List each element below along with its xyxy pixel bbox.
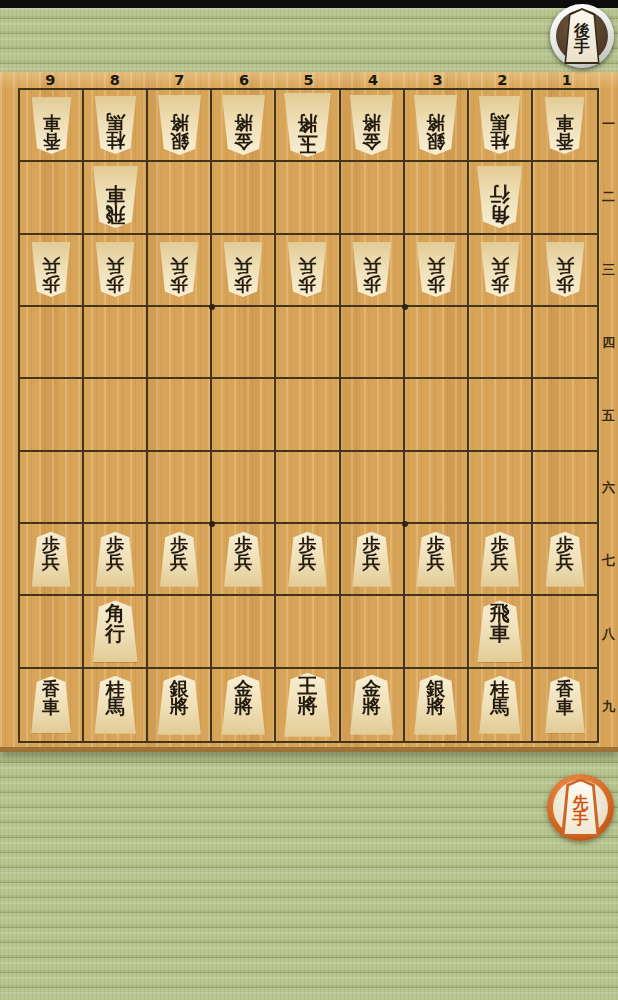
cell-6-5[interactable] xyxy=(212,379,276,451)
piece-gote-lance[interactable]: 香車 xyxy=(542,97,587,154)
piece-sente-silver[interactable]: 銀將 xyxy=(155,675,204,735)
piece-kanji: 歩兵 xyxy=(42,536,60,587)
cell-6-3[interactable]: 歩兵 xyxy=(212,235,276,307)
cell-9-2[interactable] xyxy=(20,162,84,234)
cell-7-8[interactable] xyxy=(148,596,212,668)
cell-1-4[interactable] xyxy=(533,307,597,379)
piece-sente-pawn[interactable]: 歩兵 xyxy=(29,532,73,587)
piece-sente-king[interactable]: 王將 xyxy=(281,673,334,737)
rank-label-4: 四 xyxy=(599,306,618,379)
cell-8-7[interactable]: 歩兵 xyxy=(84,524,148,596)
piece-kanji: 桂馬 xyxy=(490,96,509,150)
cell-7-9[interactable]: 銀將 xyxy=(148,669,212,741)
star-point xyxy=(209,521,215,527)
cell-5-4[interactable] xyxy=(276,307,340,379)
piece-kanji: 歩兵 xyxy=(363,536,381,587)
cell-2-5[interactable] xyxy=(469,379,533,451)
cell-6-6[interactable] xyxy=(212,452,276,524)
piece-sente-lance[interactable]: 香車 xyxy=(542,676,587,733)
piece-sente-pawn[interactable]: 歩兵 xyxy=(478,532,522,587)
cell-7-1[interactable]: 銀將 xyxy=(148,90,212,162)
cell-1-1[interactable]: 香車 xyxy=(533,90,597,162)
cell-9-7[interactable]: 歩兵 xyxy=(20,524,84,596)
cell-5-8[interactable] xyxy=(276,596,340,668)
piece-gote-pawn[interactable]: 歩兵 xyxy=(543,242,587,297)
piece-kanji: 歩兵 xyxy=(170,536,188,587)
cell-7-3[interactable]: 歩兵 xyxy=(148,235,212,307)
cell-4-9[interactable]: 金將 xyxy=(341,669,405,741)
cell-2-6[interactable] xyxy=(469,452,533,524)
cell-4-3[interactable]: 歩兵 xyxy=(341,235,405,307)
piece-kanji: 歩兵 xyxy=(556,242,574,293)
cell-4-4[interactable] xyxy=(341,307,405,379)
cell-4-7[interactable]: 歩兵 xyxy=(341,524,405,596)
piece-gote-silver[interactable]: 銀將 xyxy=(155,95,204,155)
sente-player-badge: 先手 xyxy=(547,774,614,841)
cell-3-9[interactable]: 銀將 xyxy=(405,669,469,741)
piece-kanji: 金將 xyxy=(362,679,381,735)
rank-label-6: 六 xyxy=(599,452,618,525)
cell-9-6[interactable] xyxy=(20,452,84,524)
piece-sente-lance[interactable]: 香車 xyxy=(29,676,74,733)
cell-1-8[interactable] xyxy=(533,596,597,668)
star-point xyxy=(402,521,408,527)
cell-5-5[interactable] xyxy=(276,379,340,451)
tatami-background-bottom xyxy=(0,752,618,1000)
piece-gote-gold[interactable]: 金將 xyxy=(347,95,396,155)
tatami-background-top xyxy=(0,8,618,72)
piece-gote-pawn[interactable]: 歩兵 xyxy=(93,242,137,297)
cell-6-8[interactable] xyxy=(212,596,276,668)
piece-gote-gold[interactable]: 金將 xyxy=(219,95,268,155)
file-label-3: 3 xyxy=(405,72,470,88)
piece-kanji: 歩兵 xyxy=(42,242,60,293)
piece-kanji: 王將 xyxy=(297,677,317,737)
piece-kanji: 歩兵 xyxy=(556,536,574,587)
cell-1-5[interactable] xyxy=(533,379,597,451)
piece-gote-pawn[interactable]: 歩兵 xyxy=(285,242,329,297)
piece-kanji: 飛車 xyxy=(490,604,510,662)
piece-kanji: 歩兵 xyxy=(491,536,509,587)
cell-9-5[interactable] xyxy=(20,379,84,451)
rank-label-1: 一 xyxy=(599,88,618,161)
cell-7-6[interactable] xyxy=(148,452,212,524)
rank-labels: 一二三四五六七八九 xyxy=(599,88,618,743)
cell-4-1[interactable]: 金將 xyxy=(341,90,405,162)
cell-2-7[interactable]: 歩兵 xyxy=(469,524,533,596)
board-grid: 香車桂馬銀將金將玉將金將銀將桂馬香車飛車角行歩兵歩兵歩兵歩兵歩兵歩兵歩兵歩兵歩兵… xyxy=(18,88,599,743)
piece-gote-pawn[interactable]: 歩兵 xyxy=(350,242,394,297)
cell-8-9[interactable]: 桂馬 xyxy=(84,669,148,741)
cell-1-6[interactable] xyxy=(533,452,597,524)
cell-4-5[interactable] xyxy=(341,379,405,451)
file-label-8: 8 xyxy=(83,72,148,88)
piece-kanji: 金將 xyxy=(234,679,253,735)
cell-2-3[interactable]: 歩兵 xyxy=(469,235,533,307)
cell-3-1[interactable]: 銀將 xyxy=(405,90,469,162)
star-point xyxy=(209,304,215,310)
piece-kanji: 飛車 xyxy=(105,166,125,224)
piece-kanji: 歩兵 xyxy=(106,536,124,587)
piece-gote-knight[interactable]: 桂馬 xyxy=(92,96,139,154)
piece-gote-pawn[interactable]: 歩兵 xyxy=(157,242,201,297)
cell-6-2[interactable] xyxy=(212,162,276,234)
piece-kanji: 歩兵 xyxy=(234,242,252,293)
piece-sente-knight[interactable]: 桂馬 xyxy=(476,676,523,734)
file-label-7: 7 xyxy=(147,72,212,88)
piece-sente-pawn[interactable]: 歩兵 xyxy=(414,532,458,587)
piece-sente-pawn[interactable]: 歩兵 xyxy=(157,532,201,587)
piece-sente-rook[interactable]: 飛車 xyxy=(474,600,525,662)
piece-gote-pawn[interactable]: 歩兵 xyxy=(221,242,265,297)
cell-8-3[interactable]: 歩兵 xyxy=(84,235,148,307)
file-label-5: 5 xyxy=(276,72,341,88)
rank-label-8: 八 xyxy=(599,597,618,670)
cell-9-1[interactable]: 香車 xyxy=(20,90,84,162)
cell-3-2[interactable] xyxy=(405,162,469,234)
shogi-app: 987654321 一二三四五六七八九 香車桂馬銀將金將玉將金將銀將桂馬香車飛車… xyxy=(0,0,618,1000)
file-label-4: 4 xyxy=(341,72,406,88)
gote-player-badge: 後手 xyxy=(550,4,614,68)
piece-gote-silver[interactable]: 銀將 xyxy=(411,95,460,155)
cell-9-9[interactable]: 香車 xyxy=(20,669,84,741)
piece-kanji: 歩兵 xyxy=(234,536,252,587)
cell-4-2[interactable] xyxy=(341,162,405,234)
cell-4-8[interactable] xyxy=(341,596,405,668)
piece-kanji: 銀將 xyxy=(170,679,189,735)
piece-kanji: 銀將 xyxy=(426,679,445,735)
piece-gote-lance[interactable]: 香車 xyxy=(29,97,74,154)
cell-1-3[interactable]: 歩兵 xyxy=(533,235,597,307)
cell-9-3[interactable]: 歩兵 xyxy=(20,235,84,307)
piece-gote-rook[interactable]: 飛車 xyxy=(90,166,141,228)
cell-8-5[interactable] xyxy=(84,379,148,451)
piece-gote-pawn[interactable]: 歩兵 xyxy=(478,242,522,297)
piece-kanji: 金將 xyxy=(234,95,253,151)
piece-sente-knight[interactable]: 桂馬 xyxy=(92,676,139,734)
piece-kanji: 桂馬 xyxy=(106,96,125,150)
shogi-board: 987654321 一二三四五六七八九 香車桂馬銀將金將玉將金將銀將桂馬香車飛車… xyxy=(0,72,618,752)
cell-2-9[interactable]: 桂馬 xyxy=(469,669,533,741)
rank-label-5: 五 xyxy=(599,379,618,452)
cell-6-9[interactable]: 金將 xyxy=(212,669,276,741)
cell-6-7[interactable]: 歩兵 xyxy=(212,524,276,596)
cell-3-6[interactable] xyxy=(405,452,469,524)
cell-8-8[interactable]: 角行 xyxy=(84,596,148,668)
star-point xyxy=(402,304,408,310)
piece-kanji: 銀將 xyxy=(426,95,445,151)
cell-4-6[interactable] xyxy=(341,452,405,524)
piece-gote-pawn[interactable]: 歩兵 xyxy=(414,242,458,297)
piece-kanji: 歩兵 xyxy=(170,242,188,293)
top-bar xyxy=(0,0,618,8)
rank-label-7: 七 xyxy=(599,525,618,598)
piece-kanji: 歩兵 xyxy=(298,242,316,293)
file-label-6: 6 xyxy=(212,72,277,88)
cell-2-8[interactable]: 飛車 xyxy=(469,596,533,668)
rank-label-9: 九 xyxy=(599,670,618,743)
piece-kanji: 歩兵 xyxy=(298,536,316,587)
cell-2-4[interactable] xyxy=(469,307,533,379)
cell-7-4[interactable] xyxy=(148,307,212,379)
cell-5-9[interactable]: 王將 xyxy=(276,669,340,741)
cell-5-6[interactable] xyxy=(276,452,340,524)
cell-1-7[interactable]: 歩兵 xyxy=(533,524,597,596)
cell-3-8[interactable] xyxy=(405,596,469,668)
cell-7-7[interactable]: 歩兵 xyxy=(148,524,212,596)
cell-2-1[interactable]: 桂馬 xyxy=(469,90,533,162)
cell-3-5[interactable] xyxy=(405,379,469,451)
piece-kanji: 歩兵 xyxy=(491,242,509,293)
piece-kanji: 角行 xyxy=(105,604,125,662)
cell-3-7[interactable]: 歩兵 xyxy=(405,524,469,596)
piece-sente-bishop[interactable]: 角行 xyxy=(90,600,141,662)
piece-gote-king[interactable]: 玉將 xyxy=(281,93,334,157)
rank-label-2: 二 xyxy=(599,161,618,234)
cell-9-8[interactable] xyxy=(20,596,84,668)
cell-6-1[interactable]: 金將 xyxy=(212,90,276,162)
cell-8-2[interactable]: 飛車 xyxy=(84,162,148,234)
piece-kanji: 香車 xyxy=(556,97,574,150)
cell-6-4[interactable] xyxy=(212,307,276,379)
piece-sente-pawn[interactable]: 歩兵 xyxy=(543,532,587,587)
piece-sente-pawn[interactable]: 歩兵 xyxy=(93,532,137,587)
piece-kanji: 銀將 xyxy=(170,95,189,151)
piece-kanji: 玉將 xyxy=(297,93,317,153)
cell-1-9[interactable]: 香車 xyxy=(533,669,597,741)
piece-sente-gold[interactable]: 金將 xyxy=(347,675,396,735)
cell-8-1[interactable]: 桂馬 xyxy=(84,90,148,162)
piece-sente-pawn[interactable]: 歩兵 xyxy=(285,532,329,587)
piece-sente-gold[interactable]: 金將 xyxy=(219,675,268,735)
piece-kanji: 歩兵 xyxy=(427,536,445,587)
cell-7-2[interactable] xyxy=(148,162,212,234)
rank-label-3: 三 xyxy=(599,234,618,307)
cell-8-6[interactable] xyxy=(84,452,148,524)
cell-5-1[interactable]: 玉將 xyxy=(276,90,340,162)
piece-gote-pawn[interactable]: 歩兵 xyxy=(29,242,73,297)
cell-5-2[interactable] xyxy=(276,162,340,234)
piece-sente-silver[interactable]: 銀將 xyxy=(411,675,460,735)
file-label-1: 1 xyxy=(535,72,600,88)
piece-kanji: 歩兵 xyxy=(106,242,124,293)
piece-kanji: 角行 xyxy=(490,166,510,224)
cell-3-3[interactable]: 歩兵 xyxy=(405,235,469,307)
piece-kanji: 歩兵 xyxy=(363,242,381,293)
file-labels: 987654321 xyxy=(18,72,599,88)
piece-kanji: 金將 xyxy=(362,95,381,151)
piece-gote-bishop[interactable]: 角行 xyxy=(474,166,525,228)
cell-1-2[interactable] xyxy=(533,162,597,234)
file-label-2: 2 xyxy=(470,72,535,88)
piece-kanji: 歩兵 xyxy=(427,242,445,293)
cell-9-4[interactable] xyxy=(20,307,84,379)
piece-kanji: 桂馬 xyxy=(106,680,125,734)
piece-sente-pawn[interactable]: 歩兵 xyxy=(221,532,265,587)
cell-5-7[interactable]: 歩兵 xyxy=(276,524,340,596)
piece-kanji: 桂馬 xyxy=(490,680,509,734)
cell-7-5[interactable] xyxy=(148,379,212,451)
file-label-9: 9 xyxy=(18,72,83,88)
piece-sente-pawn[interactable]: 歩兵 xyxy=(350,532,394,587)
piece-kanji: 香車 xyxy=(42,97,60,150)
cell-8-4[interactable] xyxy=(84,307,148,379)
cell-3-4[interactable] xyxy=(405,307,469,379)
piece-gote-knight[interactable]: 桂馬 xyxy=(476,96,523,154)
cell-2-2[interactable]: 角行 xyxy=(469,162,533,234)
piece-kanji: 香車 xyxy=(556,680,574,733)
cell-5-3[interactable]: 歩兵 xyxy=(276,235,340,307)
piece-kanji: 香車 xyxy=(42,680,60,733)
